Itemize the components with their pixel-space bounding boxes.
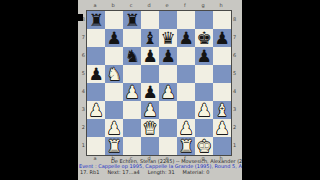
square-f4[interactable] [177,83,195,101]
black-pawn-icon: ♟ [160,47,175,65]
square-h8[interactable] [213,11,231,29]
black-rook-icon: ♜ [88,11,103,29]
square-c4[interactable]: ♟ [123,83,141,101]
square-c1[interactable] [123,137,141,155]
file-label-top-g: g [194,1,212,9]
black-king-icon: ♚ [196,29,211,47]
file-label-top-e: e [158,1,176,9]
square-e3[interactable] [159,101,177,119]
square-a7[interactable] [87,29,105,47]
material-label: Material: 0 [183,169,210,175]
square-e7[interactable]: ♛ [159,29,177,47]
white-pawn-icon: ♟ [124,83,139,101]
white-pawn-icon: ♟ [142,101,157,119]
square-b8[interactable] [105,11,123,29]
square-e6[interactable]: ♟ [159,47,177,65]
square-a8[interactable]: ♜ [87,11,105,29]
square-g6[interactable]: ♟ [195,47,213,65]
square-h1[interactable] [213,137,231,155]
black-rook-icon: ♜ [124,11,139,29]
rank-label-right-7: 7 [233,28,239,46]
square-d2[interactable]: ♛ [141,119,159,137]
square-g3[interactable]: ♟ [195,101,213,119]
rank-label-right-2: 2 [233,118,239,136]
square-f5[interactable] [177,65,195,83]
rank-label-right-1: 1 [233,136,239,154]
rank-label-left-5: 5 [79,64,85,82]
black-pawn-icon: ♟ [142,47,157,65]
rank-label-left-6: 6 [79,46,85,64]
white-pawn-icon: ♟ [214,119,229,137]
square-d8[interactable] [141,11,159,29]
move-info-line: 17. Rb1Next: 17...a4Length: 31Material: … [80,170,217,175]
square-d1[interactable] [141,137,159,155]
square-h5[interactable] [213,65,231,83]
square-b5[interactable]: ♞ [105,65,123,83]
square-b6[interactable] [105,47,123,65]
white-pawn-icon: ♟ [160,83,175,101]
square-c8[interactable]: ♜ [123,11,141,29]
rank-label-right-6: 6 [233,46,239,64]
black-pawn-icon: ♟ [142,83,157,101]
white-pawn-icon: ♟ [106,119,121,137]
rank-label-right-4: 4 [233,82,239,100]
square-a4[interactable] [87,83,105,101]
square-e2[interactable] [159,119,177,137]
black-pawn-icon: ♟ [178,29,193,47]
square-f2[interactable]: ♟ [177,119,195,137]
square-h4[interactable] [213,83,231,101]
white-knight-icon: ♞ [106,65,121,83]
square-a3[interactable]: ♟ [87,101,105,119]
board: ♜♜♟♝♛♟♚♟♞♟♟♟♟♞♟♟♟♟♟♟♝♟♛♟♟♜♜♚ [86,10,232,156]
white-rook-icon: ♜ [178,137,193,155]
square-e8[interactable] [159,11,177,29]
square-f3[interactable] [177,101,195,119]
square-g8[interactable] [195,11,213,29]
square-f8[interactable] [177,11,195,29]
length-label: Length: 31 [148,169,175,175]
letterbox-right [242,0,320,180]
square-a2[interactable] [87,119,105,137]
square-b1[interactable]: ♜ [105,137,123,155]
square-g5[interactable] [195,65,213,83]
rank-labels-right: 87654321 [233,10,239,154]
rank-labels-left: 87654321 [79,10,85,154]
square-d3[interactable]: ♟ [141,101,159,119]
square-c7[interactable] [123,29,141,47]
rank-label-right-5: 5 [233,64,239,82]
white-pawn-icon: ♟ [178,119,193,137]
square-g4[interactable] [195,83,213,101]
file-label-top-c: c [122,1,140,9]
square-c3[interactable] [123,101,141,119]
video-frame: abcdefgh abcdefgh 87654321 87654321 ♜♜♟♝… [0,0,320,180]
square-g7[interactable]: ♚ [195,29,213,47]
black-pawn-icon: ♟ [106,29,121,47]
square-a1[interactable] [87,137,105,155]
square-c5[interactable] [123,65,141,83]
side-to-move-indicator [78,14,83,21]
last-move-label: 17. Rb1 [80,169,99,175]
black-pawn-icon: ♟ [88,65,103,83]
white-pawn-icon: ♟ [88,101,103,119]
square-b3[interactable] [105,101,123,119]
square-c2[interactable] [123,119,141,137]
rank-label-right-3: 3 [233,100,239,118]
file-labels-top: abcdefgh [86,1,230,9]
square-a5[interactable]: ♟ [87,65,105,83]
square-g1[interactable]: ♚ [195,137,213,155]
rank-label-left-1: 1 [79,136,85,154]
square-f6[interactable] [177,47,195,65]
file-label-top-d: d [140,1,158,9]
white-queen-icon: ♛ [142,119,157,137]
square-e4[interactable]: ♟ [159,83,177,101]
black-queen-icon: ♛ [160,29,175,47]
square-b4[interactable] [105,83,123,101]
square-b2[interactable]: ♟ [105,119,123,137]
square-d7[interactable]: ♝ [141,29,159,47]
white-pawn-icon: ♟ [196,101,211,119]
file-label-top-a: a [86,1,104,9]
white-bishop-icon: ♝ [214,101,229,119]
next-move-label: Next: 17...a4 [107,169,139,175]
file-label-top-b: b [104,1,122,9]
white-rook-icon: ♜ [106,137,121,155]
square-h2[interactable]: ♟ [213,119,231,137]
rank-label-left-2: 2 [79,118,85,136]
square-b7[interactable]: ♟ [105,29,123,47]
square-e1[interactable] [159,137,177,155]
white-king-icon: ♚ [196,137,211,155]
square-h7[interactable]: ♟ [213,29,231,47]
square-f1[interactable]: ♜ [177,137,195,155]
square-d4[interactable]: ♟ [141,83,159,101]
square-h3[interactable]: ♝ [213,101,231,119]
file-label-top-f: f [176,1,194,9]
square-g2[interactable] [195,119,213,137]
rank-label-right-8: 8 [233,10,239,28]
black-knight-icon: ♞ [124,47,139,65]
file-label-top-h: h [212,1,230,9]
letterbox-left [0,0,78,180]
black-pawn-icon: ♟ [214,29,229,47]
black-pawn-icon: ♟ [196,47,211,65]
rank-label-left-3: 3 [79,100,85,118]
black-bishop-icon: ♝ [142,29,157,47]
square-d6[interactable]: ♟ [141,47,159,65]
square-h6[interactable] [213,47,231,65]
square-d5[interactable] [141,65,159,83]
square-c6[interactable]: ♞ [123,47,141,65]
chess-app-panel: abcdefgh abcdefgh 87654321 87654321 ♜♜♟♝… [78,0,242,180]
square-a6[interactable] [87,47,105,65]
rank-label-left-7: 7 [79,28,85,46]
square-e5[interactable] [159,65,177,83]
square-f7[interactable]: ♟ [177,29,195,47]
rank-label-left-4: 4 [79,82,85,100]
